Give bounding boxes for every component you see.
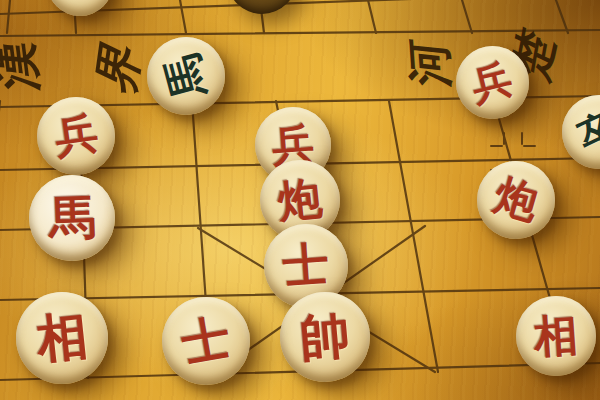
piece-character: 相	[33, 301, 91, 375]
piece-character: 帥	[297, 301, 353, 372]
piece-character: 卒	[569, 98, 600, 165]
piece-red-帥-e10[interactable]: 帥	[280, 292, 370, 382]
piece-character: 馬	[47, 186, 96, 251]
piece-red-相-g10[interactable]: 相	[516, 296, 596, 376]
piece-character: 炮	[275, 168, 325, 231]
piece-red-兵-c7[interactable]: 兵	[37, 97, 115, 175]
piece-character: 士	[177, 305, 235, 376]
piece-character: 相	[532, 305, 580, 367]
piece-character: 馬	[152, 48, 219, 105]
piece-character: 兵	[466, 50, 518, 113]
piece-character: 兵	[51, 104, 102, 167]
piece-red-士-d10[interactable]: 士	[162, 297, 250, 385]
piece-red-馬-c8[interactable]: 馬	[29, 175, 115, 261]
piece-black-卒-h7[interactable]: 卒	[562, 95, 600, 169]
piece-red-炮-g8[interactable]: 炮	[477, 161, 555, 239]
piece-character: 炮	[487, 166, 544, 234]
piece-red-相-c10[interactable]: 相	[16, 292, 108, 384]
piece-red-兵-g6[interactable]: 兵	[456, 46, 529, 119]
piece-character: 士	[281, 233, 331, 298]
piece-black-馬-d6[interactable]: 馬	[147, 37, 225, 115]
piece-black-hidden-c4[interactable]	[47, 0, 113, 16]
piece-black-hidden-e4[interactable]	[227, 0, 297, 14]
xiangqi-board-photo: 漢 界 河 楚 馬兵卒兵兵炮炮馬士相帥相士	[0, 0, 600, 400]
pieces-layer: 馬兵卒兵兵炮炮馬士相帥相士	[0, 0, 600, 400]
